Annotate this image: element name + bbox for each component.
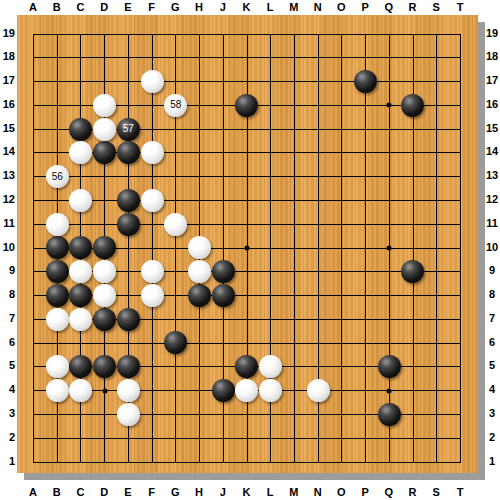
coordinate-label: L	[262, 1, 278, 13]
stones-layer: 575856	[22, 22, 473, 474]
stone-white[interactable]: 58	[164, 94, 187, 117]
stone-white[interactable]: 56	[46, 165, 69, 188]
stone-white[interactable]	[117, 403, 140, 426]
go-diagram-page: 575856 AABBCCDDEEFFGGHHJJKKLLMMNNOOPPQQR…	[0, 0, 500, 500]
stone-black[interactable]	[235, 94, 258, 117]
coordinate-label: 12	[484, 193, 500, 206]
stone-white[interactable]	[141, 189, 164, 212]
coordinate-label: J	[215, 486, 231, 498]
coordinate-label: S	[428, 486, 444, 498]
coordinate-label: Q	[381, 1, 397, 13]
stone-black[interactable]	[117, 308, 140, 331]
stone-black[interactable]	[401, 260, 424, 283]
stone-black[interactable]	[93, 308, 116, 331]
coordinate-label: P	[357, 1, 373, 13]
stone-black[interactable]	[46, 284, 69, 307]
stone-black[interactable]: 57	[117, 118, 140, 141]
coordinate-label: R	[405, 486, 421, 498]
stone-white[interactable]	[93, 94, 116, 117]
coordinate-label: K	[239, 486, 255, 498]
coordinate-label: 3	[484, 407, 500, 420]
stone-white[interactable]	[188, 236, 211, 259]
coordinate-label: 8	[0, 288, 15, 301]
coordinate-label: M	[286, 1, 302, 13]
stone-black[interactable]	[117, 213, 140, 236]
goban[interactable]: 575856	[17, 15, 478, 473]
coordinate-label: J	[215, 1, 231, 13]
coordinate-label: R	[405, 1, 421, 13]
coordinate-label: F	[144, 486, 160, 498]
stone-black[interactable]	[164, 331, 187, 354]
stone-white[interactable]	[69, 189, 92, 212]
stone-white[interactable]	[141, 260, 164, 283]
stone-white[interactable]	[69, 379, 92, 402]
coordinate-label: 1	[484, 455, 500, 468]
coordinate-label: 4	[0, 383, 15, 396]
coordinate-label: E	[120, 486, 136, 498]
stone-white[interactable]	[46, 379, 69, 402]
stone-black[interactable]	[354, 70, 377, 93]
stone-black[interactable]	[378, 403, 401, 426]
stone-white[interactable]	[46, 308, 69, 331]
coordinate-label: 11	[0, 217, 15, 230]
coordinate-label: P	[357, 486, 373, 498]
stone-black[interactable]	[235, 355, 258, 378]
stone-white[interactable]	[164, 213, 187, 236]
stone-black[interactable]	[69, 355, 92, 378]
coordinate-label: H	[191, 486, 207, 498]
coordinate-label: 7	[484, 312, 500, 325]
stone-black[interactable]	[46, 260, 69, 283]
coordinate-label: H	[191, 1, 207, 13]
coordinate-label: 3	[0, 407, 15, 420]
coordinate-label: F	[144, 1, 160, 13]
stone-black[interactable]	[93, 141, 116, 164]
coordinate-label: 16	[0, 98, 15, 111]
coordinate-label: 14	[484, 145, 500, 158]
coordinate-label: 10	[484, 241, 500, 254]
coordinate-label: B	[49, 1, 65, 13]
coordinate-label: 13	[484, 169, 500, 182]
stone-white[interactable]	[307, 379, 330, 402]
coordinate-label: T	[452, 1, 468, 13]
stone-black[interactable]	[212, 379, 235, 402]
coordinate-label: 10	[0, 241, 15, 254]
stone-white[interactable]	[259, 355, 282, 378]
stone-black[interactable]	[212, 260, 235, 283]
coordinate-label: C	[72, 486, 88, 498]
stone-black[interactable]	[69, 236, 92, 259]
stone-black[interactable]	[401, 94, 424, 117]
coordinate-label: M	[286, 486, 302, 498]
stone-white[interactable]	[141, 70, 164, 93]
coordinate-label: 6	[0, 336, 15, 349]
coordinate-label: O	[333, 1, 349, 13]
stone-black[interactable]	[117, 355, 140, 378]
coordinate-label: Q	[381, 486, 397, 498]
coordinate-label: 2	[0, 431, 15, 444]
stone-black[interactable]	[117, 141, 140, 164]
coordinate-label: 12	[0, 193, 15, 206]
coordinate-label: 19	[484, 27, 500, 40]
coordinate-label: 8	[484, 288, 500, 301]
coordinate-label: N	[310, 486, 326, 498]
stone-white[interactable]	[141, 141, 164, 164]
stone-white[interactable]	[117, 379, 140, 402]
stone-white[interactable]	[46, 355, 69, 378]
stone-white[interactable]	[188, 260, 211, 283]
stone-white[interactable]	[93, 260, 116, 283]
coordinate-label: 13	[0, 169, 15, 182]
coordinate-label: 5	[0, 359, 15, 372]
stone-white[interactable]	[69, 141, 92, 164]
stone-black[interactable]	[378, 355, 401, 378]
stone-black[interactable]	[46, 236, 69, 259]
coordinate-label: 15	[0, 122, 15, 135]
coordinate-label: D	[96, 486, 112, 498]
coordinate-label: 7	[0, 312, 15, 325]
stone-black[interactable]	[93, 236, 116, 259]
coordinate-label: O	[333, 486, 349, 498]
coordinate-label: 14	[0, 145, 15, 158]
coordinate-label: 9	[484, 264, 500, 277]
coordinate-label: A	[25, 1, 41, 13]
coordinate-label: T	[452, 486, 468, 498]
coordinate-label: 18	[0, 50, 15, 63]
stone-white[interactable]	[259, 379, 282, 402]
stone-white[interactable]	[93, 118, 116, 141]
stone-white[interactable]	[69, 308, 92, 331]
coordinate-label: 4	[484, 383, 500, 396]
coordinate-label: G	[167, 486, 183, 498]
stone-white[interactable]	[141, 284, 164, 307]
coordinate-label: B	[49, 486, 65, 498]
coordinate-label: 19	[0, 27, 15, 40]
coordinate-label: L	[262, 486, 278, 498]
coordinate-label: K	[239, 1, 255, 13]
coordinate-label: 2	[484, 431, 500, 444]
coordinate-label: 5	[484, 359, 500, 372]
stone-white[interactable]	[69, 260, 92, 283]
stone-black[interactable]	[69, 118, 92, 141]
coordinate-label: 6	[484, 336, 500, 349]
stone-black[interactable]	[212, 284, 235, 307]
coordinate-label: E	[120, 1, 136, 13]
coordinate-label: N	[310, 1, 326, 13]
stone-white[interactable]	[46, 213, 69, 236]
coordinate-label: D	[96, 1, 112, 13]
coordinate-label: C	[72, 1, 88, 13]
stone-white[interactable]	[235, 379, 258, 402]
stone-black[interactable]	[69, 284, 92, 307]
coordinate-label: 17	[484, 74, 500, 87]
coordinate-label: 16	[484, 98, 500, 111]
coordinate-label: 18	[484, 50, 500, 63]
stone-black[interactable]	[117, 189, 140, 212]
stone-white[interactable]	[93, 284, 116, 307]
coordinate-label: 15	[484, 122, 500, 135]
stone-black[interactable]	[188, 284, 211, 307]
coordinate-label: 1	[0, 455, 15, 468]
coordinate-label: 17	[0, 74, 15, 87]
coordinate-label: 9	[0, 264, 15, 277]
coordinate-label: G	[167, 1, 183, 13]
coordinate-label: A	[25, 486, 41, 498]
coordinate-label: S	[428, 1, 444, 13]
coordinate-label: 11	[484, 217, 500, 230]
stone-black[interactable]	[93, 355, 116, 378]
